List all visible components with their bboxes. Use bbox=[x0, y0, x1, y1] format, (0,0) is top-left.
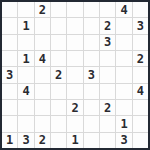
empty-cell-r7c6[interactable] bbox=[84, 100, 99, 115]
empty-cell-r1c7[interactable] bbox=[100, 2, 115, 17]
empty-cell-r1c4[interactable] bbox=[51, 2, 66, 17]
empty-cell-r6c3[interactable] bbox=[35, 84, 50, 99]
empty-cell-r5c7[interactable] bbox=[100, 67, 115, 82]
empty-cell-r1c5[interactable] bbox=[67, 2, 82, 17]
clue-cell-r7c7: 2 bbox=[100, 100, 115, 115]
empty-cell-r6c5[interactable] bbox=[67, 84, 82, 99]
empty-cell-r7c3[interactable] bbox=[35, 100, 50, 115]
empty-cell-r6c1[interactable] bbox=[2, 84, 17, 99]
empty-cell-r4c4[interactable] bbox=[51, 51, 66, 66]
empty-cell-r1c1[interactable] bbox=[2, 2, 17, 17]
clue-cell-r3c7: 3 bbox=[100, 35, 115, 50]
empty-cell-r4c6[interactable] bbox=[84, 51, 99, 66]
empty-cell-r3c1[interactable] bbox=[2, 35, 17, 50]
empty-cell-r1c6[interactable] bbox=[84, 2, 99, 17]
empty-cell-r5c3[interactable] bbox=[35, 67, 50, 82]
empty-cell-r3c3[interactable] bbox=[35, 35, 50, 50]
empty-cell-r3c6[interactable] bbox=[84, 35, 99, 50]
clue-cell-r9c5: 1 bbox=[67, 133, 82, 148]
empty-cell-r3c5[interactable] bbox=[67, 35, 82, 50]
empty-cell-r5c5[interactable] bbox=[67, 67, 82, 82]
empty-cell-r8c6[interactable] bbox=[84, 116, 99, 131]
clue-cell-r2c7: 2 bbox=[100, 18, 115, 33]
empty-cell-r2c1[interactable] bbox=[2, 18, 17, 33]
empty-cell-r2c4[interactable] bbox=[51, 18, 66, 33]
empty-cell-r7c8[interactable] bbox=[116, 100, 131, 115]
clue-cell-r6c2: 4 bbox=[18, 84, 33, 99]
empty-cell-r9c4[interactable] bbox=[51, 133, 66, 148]
clue-cell-r5c4: 2 bbox=[51, 67, 66, 82]
empty-cell-r6c6[interactable] bbox=[84, 84, 99, 99]
clue-cell-r2c9: 3 bbox=[133, 18, 148, 33]
empty-cell-r9c9[interactable] bbox=[133, 133, 148, 148]
empty-cell-r7c4[interactable] bbox=[51, 100, 66, 115]
clue-cell-r1c3: 2 bbox=[35, 2, 50, 17]
empty-cell-r4c5[interactable] bbox=[67, 51, 82, 66]
empty-cell-r5c9[interactable] bbox=[133, 67, 148, 82]
puzzle-board: 2412331423234422113213 bbox=[0, 0, 150, 150]
clue-cell-r9c1: 1 bbox=[2, 133, 17, 148]
empty-cell-r2c5[interactable] bbox=[67, 18, 82, 33]
empty-cell-r8c2[interactable] bbox=[18, 116, 33, 131]
empty-cell-r4c1[interactable] bbox=[2, 51, 17, 66]
empty-cell-r3c4[interactable] bbox=[51, 35, 66, 50]
clue-cell-r6c9: 4 bbox=[133, 84, 148, 99]
empty-cell-r5c2[interactable] bbox=[18, 67, 33, 82]
clue-cell-r1c8: 4 bbox=[116, 2, 131, 17]
empty-cell-r8c7[interactable] bbox=[100, 116, 115, 131]
clue-cell-r9c3: 2 bbox=[35, 133, 50, 148]
clue-cell-r7c5: 2 bbox=[67, 100, 82, 115]
empty-cell-r5c8[interactable] bbox=[116, 67, 131, 82]
empty-cell-r7c1[interactable] bbox=[2, 100, 17, 115]
empty-cell-r3c9[interactable] bbox=[133, 35, 148, 50]
clue-cell-r5c1: 3 bbox=[2, 67, 17, 82]
empty-cell-r7c2[interactable] bbox=[18, 100, 33, 115]
empty-cell-r2c8[interactable] bbox=[116, 18, 131, 33]
empty-cell-r9c7[interactable] bbox=[100, 133, 115, 148]
clue-cell-r4c2: 1 bbox=[18, 51, 33, 66]
clue-cell-r5c6: 3 bbox=[84, 67, 99, 82]
empty-cell-r2c6[interactable] bbox=[84, 18, 99, 33]
empty-cell-r1c9[interactable] bbox=[133, 2, 148, 17]
clue-cell-r4c3: 4 bbox=[35, 51, 50, 66]
empty-cell-r3c2[interactable] bbox=[18, 35, 33, 50]
empty-cell-r1c2[interactable] bbox=[18, 2, 33, 17]
clue-cell-r4c9: 2 bbox=[133, 51, 148, 66]
clue-cell-r9c8: 3 bbox=[116, 133, 131, 148]
empty-cell-r3c8[interactable] bbox=[116, 35, 131, 50]
empty-cell-r8c4[interactable] bbox=[51, 116, 66, 131]
empty-cell-r2c3[interactable] bbox=[35, 18, 50, 33]
empty-cell-r8c9[interactable] bbox=[133, 116, 148, 131]
empty-cell-r6c4[interactable] bbox=[51, 84, 66, 99]
empty-cell-r8c1[interactable] bbox=[2, 116, 17, 131]
empty-cell-r4c7[interactable] bbox=[100, 51, 115, 66]
empty-cell-r6c7[interactable] bbox=[100, 84, 115, 99]
clue-cell-r9c2: 3 bbox=[18, 133, 33, 148]
clue-cell-r8c8: 1 bbox=[116, 116, 131, 131]
empty-cell-r8c3[interactable] bbox=[35, 116, 50, 131]
empty-cell-r7c9[interactable] bbox=[133, 100, 148, 115]
empty-cell-r4c8[interactable] bbox=[116, 51, 131, 66]
clue-cell-r2c2: 1 bbox=[18, 18, 33, 33]
empty-cell-r6c8[interactable] bbox=[116, 84, 131, 99]
empty-cell-r9c6[interactable] bbox=[84, 133, 99, 148]
empty-cell-r8c5[interactable] bbox=[67, 116, 82, 131]
